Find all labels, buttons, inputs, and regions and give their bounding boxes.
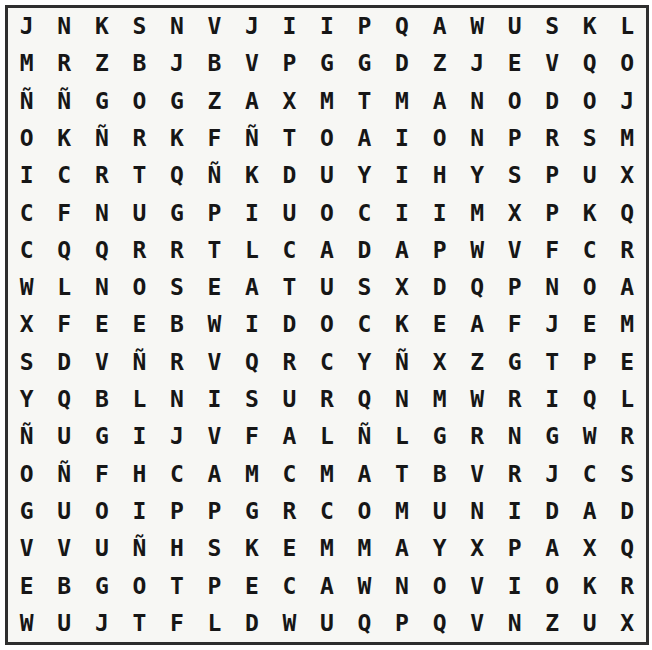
grid-cell[interactable]: M: [608, 306, 646, 343]
grid-cell[interactable]: R: [308, 381, 346, 418]
grid-cell[interactable]: E: [233, 567, 271, 604]
grid-cell[interactable]: Y: [8, 381, 46, 418]
grid-cell[interactable]: A: [533, 530, 571, 567]
grid-cell[interactable]: W: [571, 418, 609, 455]
grid-cell[interactable]: A: [308, 232, 346, 269]
grid-cell[interactable]: O: [8, 120, 46, 157]
word-search-board-frame: JNKSNVJIIPQAWUSKLMRZBJBVPGGDZJEVQOÑÑGOGZ…: [5, 5, 649, 645]
grid-cell[interactable]: D: [533, 493, 571, 530]
grid-cell[interactable]: E: [196, 269, 234, 306]
grid-cell[interactable]: O: [121, 269, 159, 306]
grid-cell[interactable]: A: [196, 456, 234, 493]
grid-cell[interactable]: Y: [346, 344, 384, 381]
grid-cell[interactable]: X: [608, 605, 646, 642]
grid-cell[interactable]: E: [421, 306, 459, 343]
grid-cell[interactable]: D: [271, 157, 309, 194]
grid-cell[interactable]: N: [383, 567, 421, 604]
grid-cell[interactable]: U: [421, 493, 459, 530]
grid-cell[interactable]: P: [571, 344, 609, 381]
grid-cell[interactable]: H: [121, 456, 159, 493]
grid-cell[interactable]: P: [533, 157, 571, 194]
grid-cell[interactable]: R: [158, 232, 196, 269]
grid-cell[interactable]: O: [608, 45, 646, 82]
grid-cell[interactable]: Ñ: [46, 456, 84, 493]
grid-cell[interactable]: Ñ: [83, 120, 121, 157]
grid-cell[interactable]: P: [496, 530, 534, 567]
grid-cell[interactable]: D: [533, 83, 571, 120]
grid-cell[interactable]: O: [571, 83, 609, 120]
grid-cell[interactable]: E: [271, 530, 309, 567]
grid-cell[interactable]: J: [158, 418, 196, 455]
grid-cell[interactable]: L: [196, 605, 234, 642]
grid-cell[interactable]: U: [83, 530, 121, 567]
grid-cell[interactable]: L: [608, 8, 646, 45]
grid-cell[interactable]: F: [233, 418, 271, 455]
grid-cell[interactable]: I: [308, 8, 346, 45]
grid-cell[interactable]: M: [308, 456, 346, 493]
grid-cell[interactable]: G: [158, 83, 196, 120]
grid-cell[interactable]: V: [196, 344, 234, 381]
grid-cell[interactable]: H: [421, 157, 459, 194]
grid-cell[interactable]: J: [83, 605, 121, 642]
grid-cell[interactable]: W: [458, 232, 496, 269]
grid-cell[interactable]: T: [121, 605, 159, 642]
grid-cell[interactable]: N: [383, 381, 421, 418]
grid-cell[interactable]: J: [533, 456, 571, 493]
grid-cell[interactable]: Ñ: [383, 344, 421, 381]
grid-cell[interactable]: T: [158, 567, 196, 604]
grid-cell[interactable]: A: [346, 120, 384, 157]
grid-cell[interactable]: M: [608, 120, 646, 157]
grid-cell[interactable]: M: [233, 456, 271, 493]
grid-cell[interactable]: M: [383, 493, 421, 530]
grid-cell[interactable]: C: [571, 456, 609, 493]
grid-cell[interactable]: L: [608, 381, 646, 418]
grid-cell[interactable]: Y: [346, 157, 384, 194]
grid-cell[interactable]: A: [346, 456, 384, 493]
grid-cell[interactable]: P: [158, 493, 196, 530]
grid-cell[interactable]: I: [121, 493, 159, 530]
grid-cell[interactable]: Z: [421, 45, 459, 82]
grid-cell[interactable]: X: [608, 157, 646, 194]
grid-cell[interactable]: U: [571, 605, 609, 642]
grid-cell[interactable]: A: [233, 83, 271, 120]
grid-cell[interactable]: K: [233, 157, 271, 194]
grid-cell[interactable]: U: [271, 194, 309, 231]
grid-cell[interactable]: P: [196, 567, 234, 604]
grid-cell[interactable]: A: [308, 567, 346, 604]
grid-cell[interactable]: P: [346, 8, 384, 45]
grid-cell[interactable]: N: [83, 269, 121, 306]
grid-cell[interactable]: W: [8, 605, 46, 642]
grid-cell[interactable]: V: [533, 45, 571, 82]
grid-cell[interactable]: L: [308, 418, 346, 455]
grid-cell[interactable]: I: [496, 567, 534, 604]
grid-cell[interactable]: P: [421, 232, 459, 269]
grid-cell[interactable]: L: [121, 381, 159, 418]
grid-cell[interactable]: M: [421, 381, 459, 418]
grid-cell[interactable]: L: [383, 418, 421, 455]
grid-cell[interactable]: C: [271, 567, 309, 604]
grid-cell[interactable]: F: [83, 456, 121, 493]
grid-cell[interactable]: B: [196, 45, 234, 82]
grid-cell[interactable]: G: [83, 83, 121, 120]
grid-cell[interactable]: Q: [571, 381, 609, 418]
grid-cell[interactable]: V: [458, 456, 496, 493]
grid-cell[interactable]: W: [271, 605, 309, 642]
grid-cell[interactable]: A: [421, 8, 459, 45]
grid-cell[interactable]: A: [608, 269, 646, 306]
grid-cell[interactable]: Q: [158, 157, 196, 194]
grid-cell[interactable]: C: [346, 306, 384, 343]
grid-cell[interactable]: S: [608, 456, 646, 493]
grid-cell[interactable]: U: [46, 605, 84, 642]
grid-cell[interactable]: S: [496, 157, 534, 194]
grid-cell[interactable]: Q: [608, 530, 646, 567]
grid-cell[interactable]: T: [271, 269, 309, 306]
grid-cell[interactable]: U: [271, 381, 309, 418]
grid-cell[interactable]: A: [383, 530, 421, 567]
grid-cell[interactable]: S: [196, 530, 234, 567]
grid-cell[interactable]: E: [496, 45, 534, 82]
grid-cell[interactable]: X: [271, 83, 309, 120]
grid-cell[interactable]: R: [496, 456, 534, 493]
grid-cell[interactable]: N: [458, 83, 496, 120]
word-search-board: JNKSNVJIIPQAWUSKLMRZBJBVPGGDZJEVQOÑÑGOGZ…: [8, 8, 646, 642]
grid-cell[interactable]: V: [83, 344, 121, 381]
grid-cell[interactable]: P: [496, 120, 534, 157]
grid-cell[interactable]: Ñ: [346, 418, 384, 455]
grid-cell[interactable]: Z: [83, 45, 121, 82]
grid-cell[interactable]: S: [533, 8, 571, 45]
grid-cell[interactable]: U: [571, 157, 609, 194]
grid-cell[interactable]: Q: [233, 344, 271, 381]
grid-cell[interactable]: Q: [346, 381, 384, 418]
grid-cell[interactable]: U: [308, 605, 346, 642]
grid-cell[interactable]: J: [8, 8, 46, 45]
grid-cell[interactable]: V: [8, 530, 46, 567]
grid-cell[interactable]: K: [571, 567, 609, 604]
grid-cell[interactable]: B: [158, 306, 196, 343]
grid-cell[interactable]: L: [233, 232, 271, 269]
grid-cell[interactable]: R: [158, 344, 196, 381]
grid-cell[interactable]: R: [608, 567, 646, 604]
grid-cell[interactable]: G: [83, 418, 121, 455]
grid-cell[interactable]: W: [8, 269, 46, 306]
grid-cell[interactable]: R: [46, 45, 84, 82]
grid-cell[interactable]: E: [8, 567, 46, 604]
grid-cell[interactable]: G: [346, 45, 384, 82]
grid-cell[interactable]: R: [121, 232, 159, 269]
grid-cell[interactable]: O: [533, 567, 571, 604]
grid-cell[interactable]: O: [308, 120, 346, 157]
grid-cell[interactable]: C: [46, 157, 84, 194]
grid-cell[interactable]: A: [383, 232, 421, 269]
grid-cell[interactable]: Q: [383, 8, 421, 45]
grid-cell[interactable]: T: [346, 83, 384, 120]
grid-cell[interactable]: R: [271, 493, 309, 530]
grid-cell[interactable]: D: [421, 269, 459, 306]
grid-cell[interactable]: J: [158, 45, 196, 82]
grid-cell[interactable]: C: [271, 232, 309, 269]
grid-cell[interactable]: U: [308, 269, 346, 306]
grid-cell[interactable]: B: [46, 567, 84, 604]
grid-cell[interactable]: K: [233, 530, 271, 567]
grid-cell[interactable]: Z: [196, 83, 234, 120]
grid-cell[interactable]: V: [458, 567, 496, 604]
grid-cell[interactable]: O: [8, 456, 46, 493]
grid-cell[interactable]: J: [233, 8, 271, 45]
grid-cell[interactable]: M: [458, 194, 496, 231]
grid-cell[interactable]: X: [458, 530, 496, 567]
grid-cell[interactable]: I: [233, 194, 271, 231]
grid-cell[interactable]: R: [83, 157, 121, 194]
grid-cell[interactable]: C: [158, 456, 196, 493]
grid-cell[interactable]: Q: [608, 194, 646, 231]
grid-cell[interactable]: N: [158, 8, 196, 45]
grid-cell[interactable]: V: [196, 418, 234, 455]
grid-cell[interactable]: T: [196, 232, 234, 269]
grid-cell[interactable]: V: [458, 605, 496, 642]
grid-cell[interactable]: X: [571, 530, 609, 567]
grid-cell[interactable]: A: [458, 306, 496, 343]
grid-cell[interactable]: V: [196, 8, 234, 45]
grid-cell[interactable]: D: [346, 232, 384, 269]
grid-cell[interactable]: T: [271, 120, 309, 157]
grid-cell[interactable]: O: [121, 567, 159, 604]
grid-cell[interactable]: I: [383, 194, 421, 231]
grid-cell[interactable]: Ñ: [8, 83, 46, 120]
grid-cell[interactable]: O: [121, 83, 159, 120]
grid-cell[interactable]: B: [121, 45, 159, 82]
grid-cell[interactable]: Ñ: [46, 83, 84, 120]
grid-cell[interactable]: Q: [421, 605, 459, 642]
grid-cell[interactable]: E: [83, 306, 121, 343]
grid-cell[interactable]: N: [46, 8, 84, 45]
grid-cell[interactable]: N: [158, 381, 196, 418]
grid-cell[interactable]: U: [308, 157, 346, 194]
grid-cell[interactable]: D: [233, 605, 271, 642]
grid-cell[interactable]: S: [233, 381, 271, 418]
grid-cell[interactable]: J: [533, 306, 571, 343]
grid-cell[interactable]: U: [46, 493, 84, 530]
grid-cell[interactable]: M: [308, 83, 346, 120]
grid-cell[interactable]: Q: [83, 232, 121, 269]
grid-cell[interactable]: I: [383, 120, 421, 157]
grid-cell[interactable]: N: [496, 418, 534, 455]
grid-cell[interactable]: Q: [46, 381, 84, 418]
grid-cell[interactable]: J: [458, 45, 496, 82]
grid-cell[interactable]: Ñ: [233, 120, 271, 157]
grid-cell[interactable]: C: [308, 493, 346, 530]
grid-cell[interactable]: R: [458, 418, 496, 455]
grid-cell[interactable]: F: [196, 120, 234, 157]
grid-cell[interactable]: D: [46, 344, 84, 381]
grid-cell[interactable]: A: [571, 493, 609, 530]
grid-cell[interactable]: T: [383, 456, 421, 493]
grid-cell[interactable]: F: [158, 605, 196, 642]
grid-cell[interactable]: Ñ: [8, 418, 46, 455]
grid-cell[interactable]: N: [458, 493, 496, 530]
grid-cell[interactable]: G: [83, 567, 121, 604]
grid-cell[interactable]: I: [121, 418, 159, 455]
grid-cell[interactable]: A: [233, 269, 271, 306]
grid-cell[interactable]: Y: [421, 530, 459, 567]
grid-cell[interactable]: W: [196, 306, 234, 343]
grid-cell[interactable]: Q: [46, 232, 84, 269]
grid-cell[interactable]: L: [46, 269, 84, 306]
grid-cell[interactable]: M: [308, 530, 346, 567]
grid-cell[interactable]: D: [608, 493, 646, 530]
grid-cell[interactable]: C: [8, 194, 46, 231]
grid-cell[interactable]: X: [383, 269, 421, 306]
grid-cell[interactable]: O: [308, 306, 346, 343]
grid-cell[interactable]: X: [8, 306, 46, 343]
grid-cell[interactable]: Y: [458, 157, 496, 194]
grid-cell[interactable]: E: [571, 306, 609, 343]
grid-cell[interactable]: N: [83, 194, 121, 231]
grid-cell[interactable]: X: [496, 194, 534, 231]
grid-cell[interactable]: C: [308, 344, 346, 381]
grid-cell[interactable]: D: [271, 306, 309, 343]
grid-cell[interactable]: G: [233, 493, 271, 530]
grid-cell[interactable]: G: [8, 493, 46, 530]
grid-cell[interactable]: G: [496, 344, 534, 381]
grid-cell[interactable]: I: [233, 306, 271, 343]
grid-cell[interactable]: W: [346, 567, 384, 604]
grid-cell[interactable]: G: [421, 418, 459, 455]
grid-cell[interactable]: Z: [533, 605, 571, 642]
grid-cell[interactable]: U: [46, 418, 84, 455]
grid-cell[interactable]: A: [271, 418, 309, 455]
grid-cell[interactable]: K: [158, 120, 196, 157]
grid-cell[interactable]: G: [533, 418, 571, 455]
grid-cell[interactable]: M: [346, 530, 384, 567]
grid-cell[interactable]: Q: [571, 45, 609, 82]
grid-cell[interactable]: F: [533, 232, 571, 269]
grid-cell[interactable]: D: [383, 45, 421, 82]
grid-cell[interactable]: Q: [346, 605, 384, 642]
grid-cell[interactable]: F: [46, 306, 84, 343]
grid-cell[interactable]: P: [196, 194, 234, 231]
grid-cell[interactable]: S: [571, 120, 609, 157]
grid-cell[interactable]: C: [571, 232, 609, 269]
grid-cell[interactable]: O: [496, 83, 534, 120]
grid-cell[interactable]: Ñ: [196, 157, 234, 194]
grid-cell[interactable]: K: [383, 306, 421, 343]
grid-cell[interactable]: R: [121, 120, 159, 157]
grid-cell[interactable]: P: [271, 45, 309, 82]
grid-cell[interactable]: K: [46, 120, 84, 157]
grid-cell[interactable]: Q: [458, 269, 496, 306]
grid-cell[interactable]: N: [496, 605, 534, 642]
grid-cell[interactable]: K: [571, 8, 609, 45]
grid-cell[interactable]: Ñ: [121, 530, 159, 567]
grid-cell[interactable]: A: [421, 83, 459, 120]
grid-cell[interactable]: G: [308, 45, 346, 82]
grid-cell[interactable]: I: [8, 157, 46, 194]
grid-cell[interactable]: I: [421, 194, 459, 231]
grid-cell[interactable]: O: [83, 493, 121, 530]
grid-cell[interactable]: F: [46, 194, 84, 231]
grid-cell[interactable]: M: [383, 83, 421, 120]
grid-cell[interactable]: X: [421, 344, 459, 381]
grid-cell[interactable]: C: [346, 194, 384, 231]
grid-cell[interactable]: W: [458, 381, 496, 418]
grid-cell[interactable]: S: [346, 269, 384, 306]
grid-cell[interactable]: S: [8, 344, 46, 381]
grid-cell[interactable]: U: [121, 194, 159, 231]
grid-cell[interactable]: T: [121, 157, 159, 194]
grid-cell[interactable]: P: [383, 605, 421, 642]
grid-cell[interactable]: I: [496, 493, 534, 530]
grid-cell[interactable]: P: [496, 269, 534, 306]
grid-cell[interactable]: E: [121, 306, 159, 343]
grid-cell[interactable]: O: [308, 194, 346, 231]
grid-cell[interactable]: T: [533, 344, 571, 381]
grid-cell[interactable]: K: [83, 8, 121, 45]
grid-cell[interactable]: W: [458, 8, 496, 45]
grid-cell[interactable]: U: [496, 8, 534, 45]
grid-cell[interactable]: O: [421, 120, 459, 157]
grid-cell[interactable]: Z: [458, 344, 496, 381]
grid-cell[interactable]: V: [233, 45, 271, 82]
grid-cell[interactable]: C: [8, 232, 46, 269]
grid-cell[interactable]: N: [458, 120, 496, 157]
grid-cell[interactable]: B: [83, 381, 121, 418]
grid-cell[interactable]: O: [346, 493, 384, 530]
grid-cell[interactable]: F: [496, 306, 534, 343]
grid-cell[interactable]: I: [533, 381, 571, 418]
grid-cell[interactable]: R: [496, 381, 534, 418]
grid-cell[interactable]: O: [421, 567, 459, 604]
grid-cell[interactable]: E: [608, 344, 646, 381]
grid-cell[interactable]: V: [496, 232, 534, 269]
grid-cell[interactable]: O: [571, 269, 609, 306]
grid-cell[interactable]: H: [158, 530, 196, 567]
grid-cell[interactable]: M: [8, 45, 46, 82]
grid-cell[interactable]: I: [383, 157, 421, 194]
grid-cell[interactable]: P: [196, 493, 234, 530]
grid-cell[interactable]: S: [121, 8, 159, 45]
grid-cell[interactable]: R: [608, 418, 646, 455]
grid-cell[interactable]: N: [533, 269, 571, 306]
grid-cell[interactable]: K: [571, 194, 609, 231]
grid-cell[interactable]: S: [158, 269, 196, 306]
grid-cell[interactable]: J: [608, 83, 646, 120]
grid-cell[interactable]: G: [158, 194, 196, 231]
grid-cell[interactable]: I: [271, 8, 309, 45]
grid-cell[interactable]: R: [271, 344, 309, 381]
grid-cell[interactable]: R: [608, 232, 646, 269]
grid-cell[interactable]: Ñ: [121, 344, 159, 381]
grid-cell[interactable]: I: [196, 381, 234, 418]
grid-cell[interactable]: V: [46, 530, 84, 567]
grid-cell[interactable]: B: [421, 456, 459, 493]
grid-cell[interactable]: C: [271, 456, 309, 493]
grid-cell[interactable]: R: [533, 120, 571, 157]
grid-cell[interactable]: P: [533, 194, 571, 231]
